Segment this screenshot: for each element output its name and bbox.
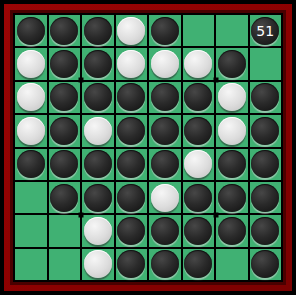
- cell-h3: [250, 82, 282, 113]
- cell-a5: [15, 149, 47, 180]
- black-disc-d5: [117, 150, 145, 178]
- star-dot-bottom-left: [78, 212, 83, 217]
- cell-f3: [183, 82, 215, 113]
- cell-h1: 51: [250, 15, 282, 46]
- cell-f5: [183, 149, 215, 180]
- cell-b3: [49, 82, 81, 113]
- cell-f4: [183, 115, 215, 146]
- cell-h7: [250, 215, 282, 246]
- cell-e5: [149, 149, 181, 180]
- black-disc-e3: [151, 83, 179, 111]
- move-counter-disc: 51: [251, 17, 279, 45]
- black-disc-f8: [184, 250, 212, 278]
- white-disc-a2: [17, 50, 45, 78]
- black-disc-f6: [184, 184, 212, 212]
- black-disc-c5: [84, 150, 112, 178]
- cell-h4: [250, 115, 282, 146]
- cell-g6: [216, 182, 248, 213]
- cell-e8: [149, 249, 181, 280]
- cell-g4: [216, 115, 248, 146]
- black-disc-e8: [151, 250, 179, 278]
- white-disc-c4: [84, 117, 112, 145]
- black-disc-e1: [151, 17, 179, 45]
- black-disc-e5: [151, 150, 179, 178]
- black-disc-e4: [151, 117, 179, 145]
- cell-c8: [82, 249, 114, 280]
- white-disc-f5: [184, 150, 212, 178]
- black-disc-g6: [218, 184, 246, 212]
- cell-e4: [149, 115, 181, 146]
- cell-e6: [149, 182, 181, 213]
- black-disc-h3: [251, 83, 279, 111]
- cell-e7: [149, 215, 181, 246]
- black-disc-h7: [251, 217, 279, 245]
- black-disc-g5: [218, 150, 246, 178]
- cell-f7: [183, 215, 215, 246]
- white-disc-a3: [17, 83, 45, 111]
- cell-a4: [15, 115, 47, 146]
- black-disc-g2: [218, 50, 246, 78]
- black-disc-c1: [84, 17, 112, 45]
- black-disc-f4: [184, 117, 212, 145]
- black-disc-c2: [84, 50, 112, 78]
- cell-b2: [49, 48, 81, 79]
- white-disc-e2: [151, 50, 179, 78]
- cell-c1: [82, 15, 114, 46]
- cell-a6[interactable]: [15, 182, 47, 213]
- cell-g8[interactable]: [216, 249, 248, 280]
- black-disc-b2: [50, 50, 78, 78]
- black-disc-d3: [117, 83, 145, 111]
- cell-h5: [250, 149, 282, 180]
- cell-f2: [183, 48, 215, 79]
- white-disc-d2: [117, 50, 145, 78]
- cell-c7: [82, 215, 114, 246]
- black-disc-c6: [84, 184, 112, 212]
- black-disc-c3: [84, 83, 112, 111]
- black-disc-h5: [251, 150, 279, 178]
- black-disc-h4: [251, 117, 279, 145]
- cell-d2: [116, 48, 148, 79]
- cell-f1[interactable]: [183, 15, 215, 46]
- cell-b6: [49, 182, 81, 213]
- cell-d5: [116, 149, 148, 180]
- star-dot-top-left: [78, 78, 83, 83]
- white-disc-d1: [117, 17, 145, 45]
- cell-d3: [116, 82, 148, 113]
- white-disc-e6: [151, 184, 179, 212]
- cell-b8[interactable]: [49, 249, 81, 280]
- black-disc-d4: [117, 117, 145, 145]
- cell-b5: [49, 149, 81, 180]
- red-wood-frame: 51: [4, 4, 292, 291]
- cell-c5: [82, 149, 114, 180]
- cell-h6: [250, 182, 282, 213]
- cell-e1: [149, 15, 181, 46]
- cell-c2: [82, 48, 114, 79]
- black-disc-e7: [151, 217, 179, 245]
- cell-a7[interactable]: [15, 215, 47, 246]
- cell-g2: [216, 48, 248, 79]
- cell-d6: [116, 182, 148, 213]
- cell-h8: [250, 249, 282, 280]
- cell-a3: [15, 82, 47, 113]
- outer-black-frame: 51: [0, 0, 296, 295]
- black-disc-h8: [251, 250, 279, 278]
- cell-h2[interactable]: [250, 48, 282, 79]
- black-disc-f3: [184, 83, 212, 111]
- cell-g3: [216, 82, 248, 113]
- white-disc-g3: [218, 83, 246, 111]
- cell-g7: [216, 215, 248, 246]
- cell-a8[interactable]: [15, 249, 47, 280]
- black-disc-a5: [17, 150, 45, 178]
- star-dot-bottom-right: [213, 212, 218, 217]
- black-disc-b6: [50, 184, 78, 212]
- cell-b4: [49, 115, 81, 146]
- black-disc-h6: [251, 184, 279, 212]
- cell-e3: [149, 82, 181, 113]
- cell-d1: [116, 15, 148, 46]
- move-counter-label: 51: [256, 24, 274, 38]
- cell-g5: [216, 149, 248, 180]
- cell-f6: [183, 182, 215, 213]
- cell-e2: [149, 48, 181, 79]
- cell-b7[interactable]: [49, 215, 81, 246]
- star-dot-top-right: [213, 78, 218, 83]
- black-disc-g7: [218, 217, 246, 245]
- white-disc-c7: [84, 217, 112, 245]
- cell-g1[interactable]: [216, 15, 248, 46]
- cell-d8: [116, 249, 148, 280]
- cell-c3: [82, 82, 114, 113]
- black-disc-b3: [50, 83, 78, 111]
- black-disc-d7: [117, 217, 145, 245]
- black-disc-d8: [117, 250, 145, 278]
- cell-d7: [116, 215, 148, 246]
- cell-a1: [15, 15, 47, 46]
- cell-b1: [49, 15, 81, 46]
- white-disc-g4: [218, 117, 246, 145]
- cell-d4: [116, 115, 148, 146]
- othello-board: 51: [13, 13, 283, 282]
- black-disc-f7: [184, 217, 212, 245]
- black-disc-a1: [17, 17, 45, 45]
- cell-f8: [183, 249, 215, 280]
- black-disc-b5: [50, 150, 78, 178]
- black-disc-d6: [117, 184, 145, 212]
- cell-c4: [82, 115, 114, 146]
- black-disc-b4: [50, 117, 78, 145]
- white-disc-f2: [184, 50, 212, 78]
- cell-a2: [15, 48, 47, 79]
- white-disc-a4: [17, 117, 45, 145]
- cell-c6: [82, 182, 114, 213]
- white-disc-c8: [84, 250, 112, 278]
- black-disc-b1: [50, 17, 78, 45]
